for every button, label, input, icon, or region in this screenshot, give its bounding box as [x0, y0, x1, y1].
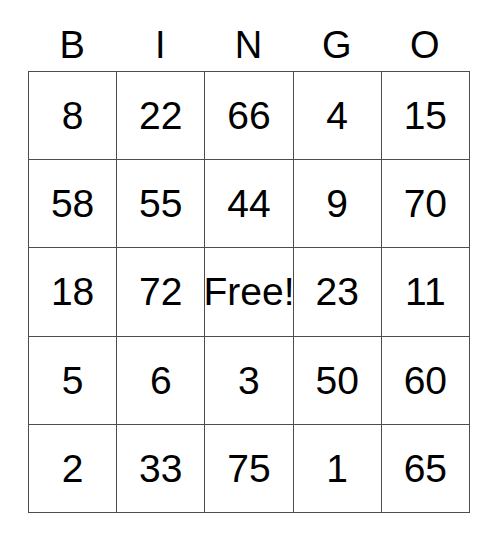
cell-r1c1[interactable]: 55: [117, 160, 205, 248]
header-letter-g: G: [293, 26, 381, 71]
cell-r1c3[interactable]: 9: [294, 160, 382, 248]
cell-r0c4[interactable]: 15: [382, 72, 470, 160]
bingo-card: B I N G O 8 22 66 4 15 58 55 44 9 70 18 …: [28, 0, 470, 513]
bingo-board-grid: 8 22 66 4 15 58 55 44 9 70 18 72 Free! 2…: [28, 71, 470, 513]
cell-r4c0[interactable]: 2: [29, 425, 117, 513]
cell-r0c1[interactable]: 22: [117, 72, 205, 160]
cell-r4c3[interactable]: 1: [294, 425, 382, 513]
cell-r2c4[interactable]: 11: [382, 248, 470, 336]
cell-r2c0[interactable]: 18: [29, 248, 117, 336]
cell-r1c4[interactable]: 70: [382, 160, 470, 248]
cell-r0c2[interactable]: 66: [205, 72, 293, 160]
cell-r0c0[interactable]: 8: [29, 72, 117, 160]
cell-r3c4[interactable]: 60: [382, 337, 470, 425]
cell-r2c2-free[interactable]: Free!: [205, 248, 293, 336]
cell-r3c1[interactable]: 6: [117, 337, 205, 425]
bingo-header-row: B I N G O: [28, 0, 470, 71]
cell-r4c4[interactable]: 65: [382, 425, 470, 513]
cell-r1c2[interactable]: 44: [205, 160, 293, 248]
header-letter-i: I: [116, 26, 204, 71]
cell-r2c3[interactable]: 23: [294, 248, 382, 336]
cell-r3c3[interactable]: 50: [294, 337, 382, 425]
cell-r3c0[interactable]: 5: [29, 337, 117, 425]
header-letter-o: O: [381, 26, 469, 71]
cell-r4c2[interactable]: 75: [205, 425, 293, 513]
cell-r2c1[interactable]: 72: [117, 248, 205, 336]
header-letter-b: B: [28, 26, 116, 71]
header-letter-n: N: [204, 26, 292, 71]
cell-r4c1[interactable]: 33: [117, 425, 205, 513]
cell-r1c0[interactable]: 58: [29, 160, 117, 248]
cell-r0c3[interactable]: 4: [294, 72, 382, 160]
cell-r3c2[interactable]: 3: [205, 337, 293, 425]
